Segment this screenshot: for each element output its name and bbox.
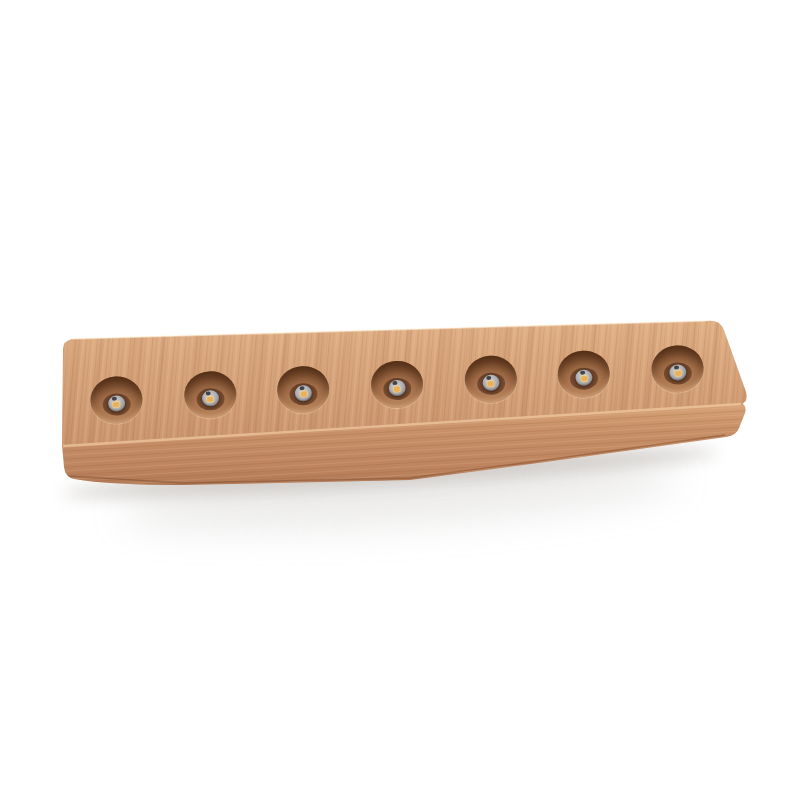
led-chip <box>487 380 494 386</box>
pit-7[interactable] <box>650 344 705 394</box>
led-chip <box>206 396 213 402</box>
pit-2[interactable] <box>183 369 238 419</box>
led-chip <box>581 375 588 381</box>
pit-1[interactable] <box>89 375 144 425</box>
led-chip <box>394 385 401 391</box>
pit-4[interactable] <box>370 359 425 409</box>
led-chip <box>300 391 307 397</box>
led-chip <box>113 401 120 407</box>
pit-5[interactable] <box>463 354 518 404</box>
wooden-board <box>55 315 750 487</box>
pit-6[interactable] <box>557 349 612 399</box>
pit-3[interactable] <box>276 364 331 414</box>
led-chip <box>674 370 681 376</box>
scene <box>0 0 800 800</box>
